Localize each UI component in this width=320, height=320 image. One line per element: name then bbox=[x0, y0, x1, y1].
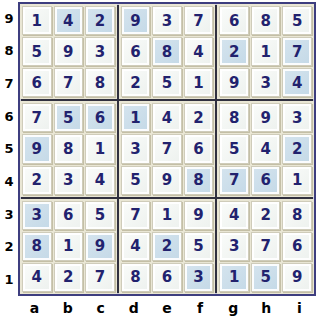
cell-a1[interactable]: 4 bbox=[22, 263, 52, 292]
cell-e2[interactable]: 2 bbox=[152, 232, 182, 261]
box-1: 142593678 bbox=[20, 4, 117, 99]
cell-i3[interactable]: 8 bbox=[282, 201, 312, 230]
cell-d5[interactable]: 3 bbox=[121, 134, 151, 163]
cell-d2[interactable]: 4 bbox=[121, 232, 151, 261]
cell-i9[interactable]: 5 bbox=[282, 6, 312, 35]
cell-e6[interactable]: 4 bbox=[152, 103, 182, 132]
cell-c7[interactable]: 8 bbox=[85, 68, 115, 97]
cell-h6[interactable]: 9 bbox=[251, 103, 281, 132]
sudoku-board: 1425936789376842516852179347569812341423… bbox=[18, 2, 316, 296]
box-7: 365819427 bbox=[20, 199, 117, 294]
box-2: 937684251 bbox=[119, 4, 216, 99]
cell-f7[interactable]: 1 bbox=[184, 68, 214, 97]
cell-h2[interactable]: 7 bbox=[251, 232, 281, 261]
cell-c4[interactable]: 4 bbox=[85, 166, 115, 195]
box-4: 756981234 bbox=[20, 101, 117, 196]
cell-f4[interactable]: 8 bbox=[184, 166, 214, 195]
sudoku-page: 9 8 7 6 5 4 3 2 1 1425936789376842516852… bbox=[0, 0, 320, 320]
col-labels: a b c d e f g h i bbox=[18, 297, 316, 318]
cell-e9[interactable]: 3 bbox=[152, 6, 182, 35]
col-label-f: f bbox=[184, 297, 217, 318]
cell-g1[interactable]: 1 bbox=[219, 263, 249, 292]
cell-a5[interactable]: 9 bbox=[22, 134, 52, 163]
cell-e1[interactable]: 6 bbox=[152, 263, 182, 292]
cell-b9[interactable]: 4 bbox=[54, 6, 84, 35]
cell-e3[interactable]: 1 bbox=[152, 201, 182, 230]
row-label-6: 6 bbox=[0, 100, 18, 133]
cell-h4[interactable]: 6 bbox=[251, 166, 281, 195]
cell-f1[interactable]: 3 bbox=[184, 263, 214, 292]
col-label-g: g bbox=[217, 297, 250, 318]
cell-b4[interactable]: 3 bbox=[54, 166, 84, 195]
row-label-9: 9 bbox=[0, 2, 18, 35]
cell-h8[interactable]: 1 bbox=[251, 37, 281, 66]
cell-g6[interactable]: 8 bbox=[219, 103, 249, 132]
row-label-8: 8 bbox=[0, 35, 18, 68]
cell-i7[interactable]: 4 bbox=[282, 68, 312, 97]
cell-h9[interactable]: 8 bbox=[251, 6, 281, 35]
cell-c5[interactable]: 1 bbox=[85, 134, 115, 163]
cell-g4[interactable]: 7 bbox=[219, 166, 249, 195]
row-label-4: 4 bbox=[0, 165, 18, 198]
cell-i1[interactable]: 9 bbox=[282, 263, 312, 292]
row-label-7: 7 bbox=[0, 67, 18, 100]
cell-c2[interactable]: 9 bbox=[85, 232, 115, 261]
cell-a3[interactable]: 3 bbox=[22, 201, 52, 230]
cell-f6[interactable]: 2 bbox=[184, 103, 214, 132]
cell-b6[interactable]: 5 bbox=[54, 103, 84, 132]
box-6: 893542761 bbox=[217, 101, 314, 196]
box-9: 428376159 bbox=[217, 199, 314, 294]
cell-g8[interactable]: 2 bbox=[219, 37, 249, 66]
cell-c3[interactable]: 5 bbox=[85, 201, 115, 230]
cell-g7[interactable]: 9 bbox=[219, 68, 249, 97]
cell-d8[interactable]: 6 bbox=[121, 37, 151, 66]
cell-d3[interactable]: 7 bbox=[121, 201, 151, 230]
col-label-e: e bbox=[150, 297, 183, 318]
cell-d4[interactable]: 5 bbox=[121, 166, 151, 195]
cell-b8[interactable]: 9 bbox=[54, 37, 84, 66]
cell-b1[interactable]: 2 bbox=[54, 263, 84, 292]
box-3: 685217934 bbox=[217, 4, 314, 99]
cell-c1[interactable]: 7 bbox=[85, 263, 115, 292]
cell-c8[interactable]: 3 bbox=[85, 37, 115, 66]
cell-f5[interactable]: 6 bbox=[184, 134, 214, 163]
cell-c6[interactable]: 6 bbox=[85, 103, 115, 132]
col-label-d: d bbox=[117, 297, 150, 318]
cell-a2[interactable]: 8 bbox=[22, 232, 52, 261]
cell-d6[interactable]: 1 bbox=[121, 103, 151, 132]
cell-a4[interactable]: 2 bbox=[22, 166, 52, 195]
cell-a7[interactable]: 6 bbox=[22, 68, 52, 97]
cell-b2[interactable]: 1 bbox=[54, 232, 84, 261]
row-label-3: 3 bbox=[0, 198, 18, 231]
col-label-c: c bbox=[84, 297, 117, 318]
cell-g2[interactable]: 3 bbox=[219, 232, 249, 261]
cell-d7[interactable]: 2 bbox=[121, 68, 151, 97]
cell-h5[interactable]: 4 bbox=[251, 134, 281, 163]
cell-f8[interactable]: 4 bbox=[184, 37, 214, 66]
cell-h3[interactable]: 2 bbox=[251, 201, 281, 230]
col-label-a: a bbox=[18, 297, 51, 318]
cell-e7[interactable]: 5 bbox=[152, 68, 182, 97]
cell-i2[interactable]: 6 bbox=[282, 232, 312, 261]
col-label-h: h bbox=[250, 297, 283, 318]
cell-c9[interactable]: 2 bbox=[85, 6, 115, 35]
row-label-5: 5 bbox=[0, 133, 18, 166]
cell-i5[interactable]: 2 bbox=[282, 134, 312, 163]
cell-e4[interactable]: 9 bbox=[152, 166, 182, 195]
cell-a6[interactable]: 7 bbox=[22, 103, 52, 132]
cell-g3[interactable]: 4 bbox=[219, 201, 249, 230]
cell-i8[interactable]: 7 bbox=[282, 37, 312, 66]
cell-b7[interactable]: 7 bbox=[54, 68, 84, 97]
cell-a8[interactable]: 5 bbox=[22, 37, 52, 66]
cell-f2[interactable]: 5 bbox=[184, 232, 214, 261]
cell-d1[interactable]: 8 bbox=[121, 263, 151, 292]
row-label-1: 1 bbox=[0, 263, 18, 296]
box-5: 142376598 bbox=[119, 101, 216, 196]
row-labels: 9 8 7 6 5 4 3 2 1 bbox=[0, 2, 18, 296]
cell-h1[interactable]: 5 bbox=[251, 263, 281, 292]
cell-g5[interactable]: 5 bbox=[219, 134, 249, 163]
box-8: 719425863 bbox=[119, 199, 216, 294]
cell-d9[interactable]: 9 bbox=[121, 6, 151, 35]
cell-e5[interactable]: 7 bbox=[152, 134, 182, 163]
row-label-2: 2 bbox=[0, 231, 18, 264]
cell-e8[interactable]: 8 bbox=[152, 37, 182, 66]
cell-h7[interactable]: 3 bbox=[251, 68, 281, 97]
cell-i6[interactable]: 3 bbox=[282, 103, 312, 132]
cell-g9[interactable]: 6 bbox=[219, 6, 249, 35]
cell-f9[interactable]: 7 bbox=[184, 6, 214, 35]
cell-f3[interactable]: 9 bbox=[184, 201, 214, 230]
cell-a9[interactable]: 1 bbox=[22, 6, 52, 35]
col-label-i: i bbox=[283, 297, 316, 318]
col-label-b: b bbox=[51, 297, 84, 318]
cell-b5[interactable]: 8 bbox=[54, 134, 84, 163]
cell-b3[interactable]: 6 bbox=[54, 201, 84, 230]
cell-i4[interactable]: 1 bbox=[282, 166, 312, 195]
